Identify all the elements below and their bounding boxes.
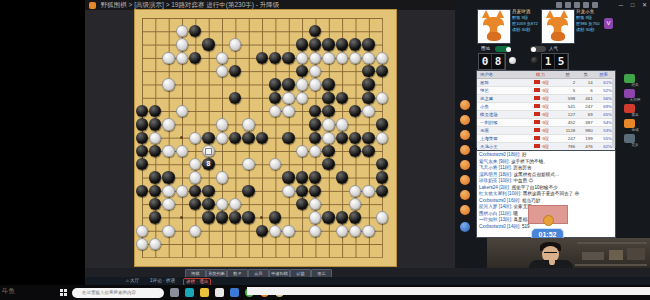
white-stone bbox=[336, 118, 348, 130]
gift-icon[interactable] bbox=[460, 160, 470, 170]
white-stone bbox=[242, 118, 254, 130]
chat-text: 相当巧妙 bbox=[522, 198, 540, 203]
black-player-avatar[interactable] bbox=[477, 9, 511, 44]
wins-cell: 541 bbox=[558, 103, 575, 110]
country-flag-icon bbox=[534, 95, 542, 102]
black-stone bbox=[376, 171, 388, 183]
black-stone bbox=[282, 132, 294, 144]
white-stone bbox=[322, 52, 334, 64]
wins-cell: 1128 bbox=[558, 127, 575, 134]
chat-username[interactable]: 紫气东来 [9段]: bbox=[479, 159, 511, 164]
white-stone bbox=[309, 78, 321, 90]
player-name-cell: 棋圣道场 bbox=[477, 111, 534, 118]
white-stone bbox=[216, 132, 228, 144]
black-stone bbox=[376, 118, 388, 130]
losses-cell: 199 bbox=[575, 135, 592, 142]
white-stone bbox=[162, 198, 174, 210]
sidebar-icon-1[interactable] bbox=[624, 74, 635, 83]
gift-icon[interactable] bbox=[460, 190, 470, 200]
white-stone bbox=[376, 132, 388, 144]
country-flag-icon bbox=[534, 119, 542, 126]
taskbar-search-input[interactable]: 在这里输入你要搜索的内容 bbox=[72, 288, 164, 298]
losses-cell: 461 bbox=[575, 95, 592, 102]
black-stone bbox=[202, 132, 214, 144]
bottom-tab-1[interactable]: ⌂ 大厅 bbox=[126, 277, 139, 285]
white-stone bbox=[322, 118, 334, 130]
wins-cell: 452 bbox=[558, 119, 575, 126]
windows-start-button[interactable] bbox=[60, 289, 67, 296]
gift-sticker-image bbox=[528, 205, 568, 224]
vip-badge: V bbox=[604, 18, 613, 29]
black-stone bbox=[282, 52, 294, 64]
sidebar-icon-label: 赛事 bbox=[622, 113, 648, 117]
white-stone bbox=[136, 225, 148, 237]
white-stone bbox=[296, 78, 308, 90]
losses-cell: 6 bbox=[575, 87, 592, 94]
black-stone bbox=[202, 198, 214, 210]
coin-icon bbox=[543, 215, 554, 226]
player-name-cell: 一剑封喉 bbox=[477, 119, 534, 126]
black-stone bbox=[282, 171, 294, 183]
player-name-cell: 光之翼 bbox=[477, 95, 534, 102]
window-title: 野狐围棋 > [高级演示] > 19路对弈赛 进行中(第230手) - 升降级 bbox=[101, 1, 279, 8]
white-stone bbox=[362, 185, 374, 197]
black-stone bbox=[296, 185, 308, 197]
white-stone bbox=[296, 92, 308, 104]
rank-cell: 9段 bbox=[542, 111, 558, 118]
window-controls[interactable]: ─ □ ✕ bbox=[614, 1, 650, 9]
white-stone bbox=[136, 238, 148, 250]
player-name-cell: 小鱼 bbox=[477, 103, 534, 110]
black-stone bbox=[296, 171, 308, 183]
black-stone-icon bbox=[531, 57, 538, 64]
taskbar-app-icon-2[interactable] bbox=[185, 288, 194, 297]
black-stone bbox=[202, 211, 214, 223]
rank-cell: 9段 bbox=[542, 119, 558, 126]
player-name-cell: 星阵 bbox=[477, 79, 534, 86]
chat-text: 黑棋这两子要连不回去了 😄 bbox=[523, 191, 580, 196]
rank-cell: 9段 bbox=[542, 127, 558, 134]
country-flag-icon bbox=[534, 79, 542, 86]
bottom-tab-strip: ⌂ 大厅1评论 · 棋谱讲棋 · 退出 bbox=[85, 277, 650, 285]
chat-username[interactable]: 珍珠奶茶 [10段]: bbox=[479, 178, 513, 183]
country-flag-icon bbox=[534, 143, 542, 150]
sidebar-icon-label: 大神榜 bbox=[622, 98, 648, 102]
black-stone bbox=[149, 211, 161, 223]
territory-toggle[interactable] bbox=[495, 46, 511, 52]
gift-icon[interactable] bbox=[460, 145, 470, 155]
country-flag-icon bbox=[534, 87, 542, 94]
white-stone bbox=[376, 52, 388, 64]
black-stone bbox=[296, 38, 308, 50]
toolbar-icon[interactable] bbox=[565, 2, 571, 8]
minimized-window-bar[interactable] bbox=[247, 287, 650, 295]
chat-text: 好 bbox=[522, 152, 527, 157]
black-stone bbox=[136, 145, 148, 157]
black-stone bbox=[242, 132, 254, 144]
white-player-info: 升龙小鱼 野狐 9段胜986 负750读秒 30秒 bbox=[576, 9, 606, 43]
chat-text: 中盘胜 😊 bbox=[513, 178, 533, 183]
country-flag-icon bbox=[534, 103, 542, 110]
rank-cell: 9段 bbox=[542, 95, 558, 102]
table-header-cell: 负 bbox=[570, 71, 588, 78]
white-stone bbox=[176, 145, 188, 157]
chat-username[interactable]: 星河入梦 [14段]: bbox=[479, 204, 513, 209]
go-board[interactable]: 8 bbox=[134, 9, 397, 267]
chat-username[interactable]: Cxxbsxtwzs0 [16段]: bbox=[479, 198, 522, 203]
black-stone bbox=[362, 78, 374, 90]
table-row[interactable]: 光之翼9段59846156% bbox=[477, 95, 615, 103]
table-header: 用户名棋力胜负胜率 bbox=[477, 71, 615, 79]
chat-text: 这手棋下的不错。 bbox=[511, 159, 548, 164]
app-logo-fox-icon bbox=[89, 2, 96, 9]
taskbar-app-icon-5[interactable] bbox=[230, 288, 239, 297]
black-stone bbox=[362, 92, 374, 104]
sidebar-icon-4[interactable] bbox=[624, 119, 635, 128]
black-stone bbox=[162, 171, 174, 183]
chat-username[interactable]: 一叶知秋 [13段]: bbox=[479, 217, 513, 222]
white-stone bbox=[216, 171, 228, 183]
wins-cell: 786 bbox=[558, 143, 575, 150]
country-flag-icon bbox=[534, 127, 542, 134]
taskbar-app-icon-4[interactable] bbox=[215, 288, 224, 297]
table-row[interactable]: 棋圣道场9段1276965% bbox=[477, 111, 615, 119]
rank-cell: 9段 bbox=[542, 79, 558, 86]
bottom-tab-2[interactable]: 1评论 · 棋谱 bbox=[150, 277, 175, 285]
chat-text: 厉害厉害 bbox=[513, 165, 531, 170]
black-stone bbox=[322, 92, 334, 104]
black-stone: 8 bbox=[202, 158, 214, 170]
sidebar-icon-label: 更多 bbox=[622, 143, 648, 147]
territory-toggle-label: 围地 bbox=[481, 46, 490, 51]
black-stone bbox=[336, 38, 348, 50]
black-capture-digit: 0 bbox=[479, 54, 492, 69]
sidebar-icon-2[interactable] bbox=[624, 89, 635, 98]
gift-icon[interactable] bbox=[460, 115, 470, 125]
white-stone bbox=[282, 105, 294, 117]
toolbar-icon[interactable] bbox=[574, 2, 580, 8]
wins-cell: 127 bbox=[558, 111, 575, 118]
sidebar-icon-3[interactable] bbox=[624, 104, 635, 113]
wins-cell: 247 bbox=[558, 135, 575, 142]
chat-text: 感觉平了自10秒输不少 bbox=[511, 185, 557, 190]
white-stone bbox=[162, 225, 174, 237]
chat-username[interactable]: 围棋小白 [11段]: bbox=[479, 211, 513, 216]
game-button-row: 悔棋形势判断数子点目申请和棋认输退出 bbox=[85, 268, 650, 277]
rank-cell: 9段 bbox=[542, 87, 558, 94]
table-row[interactable]: 绝艺9段5652% bbox=[477, 87, 615, 95]
black-stone bbox=[362, 38, 374, 50]
streamer-hand bbox=[549, 256, 555, 265]
toolbar-icon[interactable] bbox=[583, 2, 589, 8]
toolbar-icon[interactable] bbox=[592, 2, 598, 8]
black-stone bbox=[322, 145, 334, 157]
black-stone bbox=[336, 132, 348, 144]
player-name-cell: 绝艺 bbox=[477, 87, 534, 94]
white-stone bbox=[162, 52, 174, 64]
black-capture-counter: 08 bbox=[478, 53, 506, 70]
sidebar-icon-label: 经典 bbox=[622, 83, 648, 87]
white-stone bbox=[176, 38, 188, 50]
rank-cell: 9段 bbox=[542, 143, 558, 150]
white-stone bbox=[309, 211, 321, 223]
white-capture-digit: 5 bbox=[555, 54, 568, 69]
white-stone bbox=[162, 145, 174, 157]
white-stone bbox=[376, 92, 388, 104]
country-flag-icon bbox=[534, 111, 542, 118]
black-stone bbox=[322, 105, 334, 117]
black-stone bbox=[149, 171, 161, 183]
black-stone bbox=[202, 38, 214, 50]
chat-username[interactable]: 清风明月 [18段]: bbox=[479, 172, 513, 177]
chat-username[interactable]: Lakers24 [2段]: bbox=[479, 185, 511, 190]
country-flag-icon bbox=[534, 135, 542, 142]
black-stone bbox=[376, 185, 388, 197]
black-stone bbox=[362, 132, 374, 144]
black-stone bbox=[322, 211, 334, 223]
losses-cell: 476 bbox=[575, 143, 592, 150]
white-stone bbox=[189, 132, 201, 144]
chat-text: 519 bbox=[522, 224, 530, 229]
player-name-cell: 上海荣耀 bbox=[477, 135, 534, 142]
black-stone bbox=[269, 78, 281, 90]
chat-text: 这黑棋有点创新模式… bbox=[513, 172, 559, 177]
losses-cell: 387 bbox=[575, 119, 592, 126]
black-stone bbox=[362, 145, 374, 157]
table-row[interactable]: 无痕9段112898053% bbox=[477, 127, 615, 135]
white-player-info-line: 读秒 30秒 bbox=[576, 27, 606, 33]
table-header-cell: 棋力 bbox=[536, 71, 552, 78]
chat-text: 嗯 bbox=[513, 211, 518, 216]
white-stone bbox=[322, 132, 334, 144]
black-stone bbox=[202, 185, 214, 197]
black-stone bbox=[256, 52, 268, 64]
white-stone bbox=[216, 52, 228, 64]
chat-shortcut-icon[interactable] bbox=[460, 222, 470, 232]
gift-icon[interactable] bbox=[460, 130, 470, 140]
black-stone bbox=[376, 65, 388, 77]
player-name-cell: 天选小王 bbox=[477, 143, 534, 150]
gift-icon[interactable] bbox=[460, 100, 470, 110]
black-stone bbox=[322, 38, 334, 50]
black-stone bbox=[216, 211, 228, 223]
white-capture-counter: 15 bbox=[541, 53, 569, 70]
wins-cell: 2 bbox=[558, 79, 575, 86]
white-stone bbox=[176, 52, 188, 64]
taskbar-app-icon-1[interactable] bbox=[170, 288, 179, 297]
table-row[interactable]: 上海荣耀9段24719955% bbox=[477, 135, 615, 143]
douyu-watermark: 斗鱼 bbox=[2, 287, 15, 296]
toolbar-icon[interactable] bbox=[556, 2, 562, 8]
table-row[interactable]: 一剑封喉9段45238754% bbox=[477, 119, 615, 127]
black-stone bbox=[136, 118, 148, 130]
white-stone bbox=[282, 225, 294, 237]
sidebar-icon-label: 商城 bbox=[622, 128, 648, 132]
wins-cell: 598 bbox=[558, 95, 575, 102]
black-stone bbox=[136, 132, 148, 144]
white-stone bbox=[282, 92, 294, 104]
white-stone bbox=[149, 132, 161, 144]
black-stone bbox=[242, 211, 254, 223]
table-row[interactable]: 星阵9段21461% bbox=[477, 79, 615, 87]
white-stone bbox=[229, 38, 241, 50]
screen: 野狐围棋 > [高级演示] > 19路对弈赛 进行中(第230手) - 升降级 … bbox=[0, 0, 650, 300]
black-stone bbox=[136, 105, 148, 117]
gift-icon[interactable] bbox=[460, 175, 470, 185]
losses-cell: 980 bbox=[575, 127, 592, 134]
white-stone bbox=[162, 185, 174, 197]
losses-cell: 14 bbox=[575, 79, 592, 86]
chat-username[interactable]: Cxxbsxtwzs0 [18段]: bbox=[479, 152, 522, 157]
white-stone bbox=[162, 78, 174, 90]
rank-cell: 9段 bbox=[542, 103, 558, 110]
losses-cell: 247 bbox=[575, 103, 592, 110]
table-row[interactable]: 小鱼9段54124769% bbox=[477, 103, 615, 111]
white-player-avatar[interactable] bbox=[541, 9, 575, 44]
table-header-cell: 胜率 bbox=[588, 71, 611, 78]
chat-username[interactable]: 红太狼太犀利 [10段]: bbox=[479, 191, 523, 196]
white-stone bbox=[162, 118, 174, 130]
wins-cell: 5 bbox=[558, 87, 575, 94]
black-stone bbox=[149, 118, 161, 130]
white-stone-icon bbox=[509, 57, 516, 64]
white-stone bbox=[362, 52, 374, 64]
white-stone bbox=[362, 225, 374, 237]
table-scrollbar[interactable] bbox=[612, 78, 615, 148]
chat-username[interactable]: 飞天小将 [11段]: bbox=[479, 165, 513, 170]
table-header-cell: 用户名 bbox=[477, 71, 536, 78]
black-stone bbox=[336, 92, 348, 104]
white-stone bbox=[282, 185, 294, 197]
move-number-label: 8 bbox=[202, 158, 214, 170]
white-stone bbox=[189, 171, 201, 183]
fox-body-icon bbox=[551, 32, 565, 41]
black-stone bbox=[336, 171, 348, 183]
white-stone bbox=[216, 118, 228, 130]
taskbar-app-icon-3[interactable] bbox=[200, 288, 209, 297]
white-capture-digit: 1 bbox=[542, 54, 555, 69]
white-stone bbox=[336, 225, 348, 237]
black-stone bbox=[282, 78, 294, 90]
black-capture-digit: 8 bbox=[492, 54, 505, 69]
player-ranking-table[interactable]: 用户名棋力胜负胜率 星阵9段21461%绝艺9段5652%光之翼9段598461… bbox=[476, 70, 616, 148]
black-stone bbox=[242, 185, 254, 197]
black-stone bbox=[336, 211, 348, 223]
losses-cell: 69 bbox=[575, 111, 592, 118]
white-stone bbox=[362, 105, 374, 117]
rank-cell: 9段 bbox=[542, 135, 558, 142]
sidebar-icon-5[interactable] bbox=[624, 134, 635, 143]
white-stone bbox=[376, 211, 388, 223]
black-stone bbox=[256, 132, 268, 144]
black-stone bbox=[256, 225, 268, 237]
popularity-label: 人气 bbox=[549, 46, 558, 51]
gift-icon[interactable] bbox=[460, 205, 470, 215]
table-header-cell: 胜 bbox=[552, 71, 570, 78]
player-name-cell: 无痕 bbox=[477, 127, 534, 134]
last-move-square-marker bbox=[205, 148, 212, 155]
white-stone bbox=[296, 52, 308, 64]
black-stone bbox=[309, 118, 321, 130]
popularity-toggle[interactable] bbox=[530, 46, 546, 52]
white-stone bbox=[176, 185, 188, 197]
black-stone bbox=[136, 185, 148, 197]
fox-body-icon bbox=[487, 32, 501, 41]
black-stone bbox=[269, 211, 281, 223]
black-stone bbox=[376, 158, 388, 170]
black-stone bbox=[229, 211, 241, 223]
chat-username[interactable]: Cxxbsxtwzs0 [14段]: bbox=[479, 224, 522, 229]
black-stone bbox=[322, 78, 334, 90]
